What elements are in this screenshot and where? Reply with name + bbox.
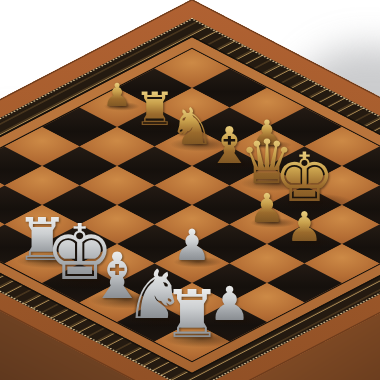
chess-board — [0, 0, 380, 380]
product-photo-scene: ♟♜♞♝♛♚♟♟♟♜♚♝♞♜♟♟ — [0, 0, 380, 380]
